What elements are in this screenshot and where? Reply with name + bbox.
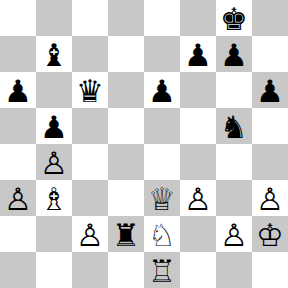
square-b1[interactable] xyxy=(36,252,72,288)
black-rook-icon: ♜ xyxy=(112,217,140,252)
white-rook-icon: ♖ xyxy=(148,253,176,288)
black-pawn-icon: ♟ xyxy=(220,37,248,72)
white-pawn-icon: ♙ xyxy=(220,217,248,252)
square-d8[interactable] xyxy=(108,0,144,36)
square-a1[interactable] xyxy=(0,252,36,288)
square-e6[interactable]: ♟ xyxy=(144,72,180,108)
square-f8[interactable] xyxy=(180,0,216,36)
square-a4[interactable] xyxy=(0,144,36,180)
square-g6[interactable] xyxy=(216,72,252,108)
square-b2[interactable] xyxy=(36,216,72,252)
square-a3[interactable]: ♙ xyxy=(0,180,36,216)
square-d6[interactable] xyxy=(108,72,144,108)
square-f4[interactable] xyxy=(180,144,216,180)
square-b8[interactable] xyxy=(36,0,72,36)
square-h1[interactable] xyxy=(252,252,288,288)
square-c6[interactable]: ♛ xyxy=(72,72,108,108)
square-e5[interactable] xyxy=(144,108,180,144)
square-b5[interactable]: ♟ xyxy=(36,108,72,144)
square-h8[interactable] xyxy=(252,0,288,36)
square-g3[interactable] xyxy=(216,180,252,216)
square-b7[interactable]: ♝ xyxy=(36,36,72,72)
square-a8[interactable] xyxy=(0,0,36,36)
square-f5[interactable] xyxy=(180,108,216,144)
square-a6[interactable]: ♟ xyxy=(0,72,36,108)
black-pawn-icon: ♟ xyxy=(184,37,212,72)
white-pawn-icon: ♙ xyxy=(76,217,104,252)
square-f6[interactable] xyxy=(180,72,216,108)
square-g8[interactable]: ♚ xyxy=(216,0,252,36)
square-d3[interactable] xyxy=(108,180,144,216)
square-f1[interactable] xyxy=(180,252,216,288)
black-pawn-icon: ♟ xyxy=(148,73,176,108)
square-c3[interactable] xyxy=(72,180,108,216)
square-d2[interactable]: ♜ xyxy=(108,216,144,252)
square-a7[interactable] xyxy=(0,36,36,72)
square-c7[interactable] xyxy=(72,36,108,72)
black-bishop-icon: ♝ xyxy=(40,37,68,72)
black-pawn-icon: ♟ xyxy=(40,109,68,144)
black-king-icon: ♚ xyxy=(220,1,248,36)
black-knight-icon: ♞ xyxy=(220,109,248,144)
square-e8[interactable] xyxy=(144,0,180,36)
square-e4[interactable] xyxy=(144,144,180,180)
square-e2[interactable]: ♘ xyxy=(144,216,180,252)
square-h3[interactable]: ♙ xyxy=(252,180,288,216)
square-e1[interactable]: ♖ xyxy=(144,252,180,288)
square-c8[interactable] xyxy=(72,0,108,36)
square-b3[interactable]: ♗ xyxy=(36,180,72,216)
square-h6[interactable]: ♟ xyxy=(252,72,288,108)
white-pawn-icon: ♙ xyxy=(184,181,212,216)
square-b6[interactable] xyxy=(36,72,72,108)
white-queen-icon: ♕ xyxy=(148,181,176,216)
square-h2[interactable]: ♔ xyxy=(252,216,288,252)
square-a2[interactable] xyxy=(0,216,36,252)
square-d4[interactable] xyxy=(108,144,144,180)
square-d7[interactable] xyxy=(108,36,144,72)
square-c4[interactable] xyxy=(72,144,108,180)
square-d1[interactable] xyxy=(108,252,144,288)
black-queen-icon: ♛ xyxy=(76,73,104,108)
square-e7[interactable] xyxy=(144,36,180,72)
black-pawn-icon: ♟ xyxy=(4,73,32,108)
square-h4[interactable] xyxy=(252,144,288,180)
black-pawn-icon: ♟ xyxy=(256,73,284,108)
square-e3[interactable]: ♕ xyxy=(144,180,180,216)
white-pawn-icon: ♙ xyxy=(256,181,284,216)
white-pawn-icon: ♙ xyxy=(4,181,32,216)
square-f3[interactable]: ♙ xyxy=(180,180,216,216)
white-pawn-icon: ♙ xyxy=(40,145,68,180)
square-f2[interactable] xyxy=(180,216,216,252)
square-c1[interactable] xyxy=(72,252,108,288)
square-d5[interactable] xyxy=(108,108,144,144)
square-b4[interactable]: ♙ xyxy=(36,144,72,180)
square-a5[interactable] xyxy=(0,108,36,144)
square-f7[interactable]: ♟ xyxy=(180,36,216,72)
square-g4[interactable] xyxy=(216,144,252,180)
square-c2[interactable]: ♙ xyxy=(72,216,108,252)
square-h7[interactable] xyxy=(252,36,288,72)
square-g5[interactable]: ♞ xyxy=(216,108,252,144)
square-g2[interactable]: ♙ xyxy=(216,216,252,252)
square-g1[interactable] xyxy=(216,252,252,288)
square-h5[interactable] xyxy=(252,108,288,144)
square-g7[interactable]: ♟ xyxy=(216,36,252,72)
chess-board: ♚♝♟♟♟♛♟♟♟♞♙♙♗♕♙♙♙♜♘♙♔♖ xyxy=(0,0,288,288)
white-king-icon: ♔ xyxy=(256,217,284,252)
white-bishop-icon: ♗ xyxy=(40,181,68,216)
square-c5[interactable] xyxy=(72,108,108,144)
white-knight-icon: ♘ xyxy=(148,217,176,252)
